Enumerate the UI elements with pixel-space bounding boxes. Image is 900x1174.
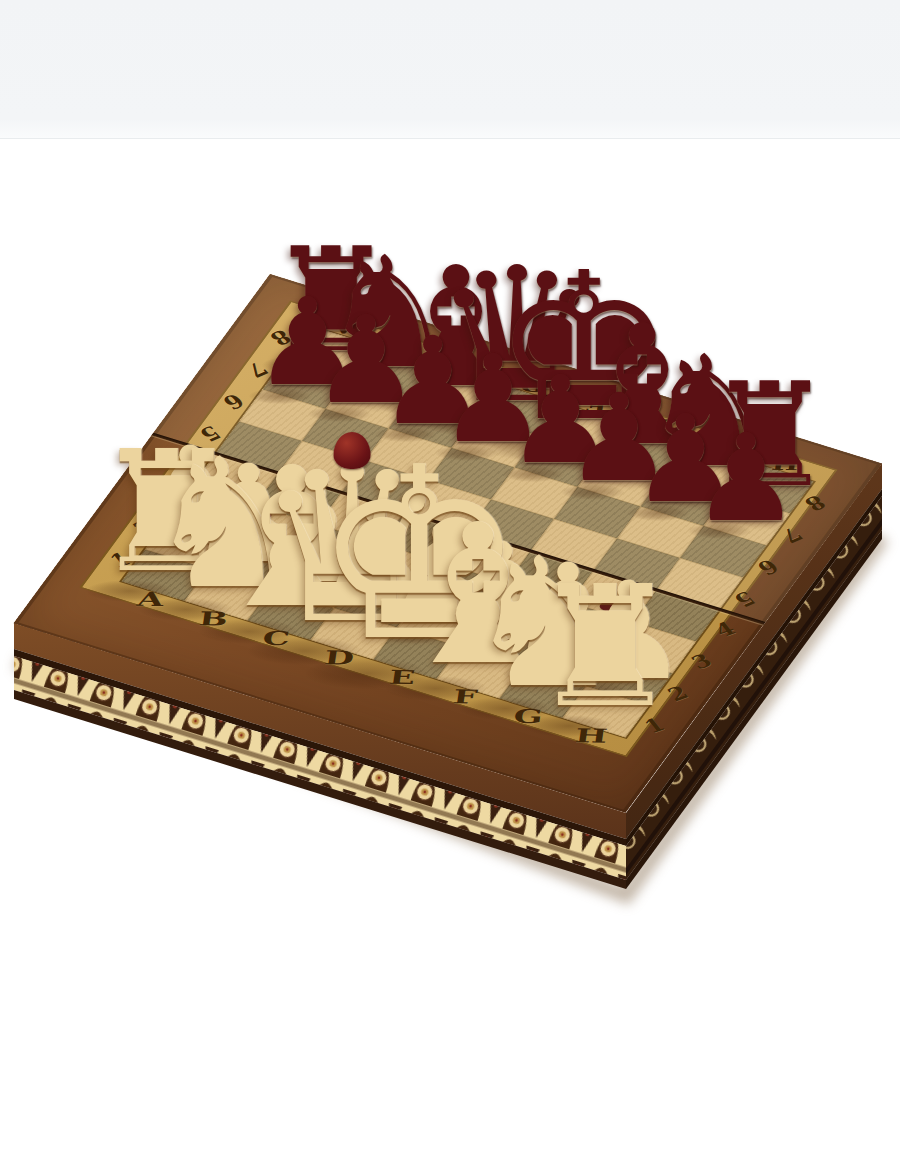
- pieces-layer: ♜♞♝♛♚♝♞♜♟♟♟♟♟♟♟♟♟♟♟♟♟♟♟♟♜♞♝♛♚♝♞♜: [0, 0, 900, 1174]
- white-rook[interactable]: ♜: [530, 564, 680, 731]
- red-pawn[interactable]: ♟: [692, 419, 800, 540]
- product-photo-scene: AABBCCDDEEFFGGHH1122334455667788 ♜♞♝♛♚♝♞…: [0, 0, 900, 1174]
